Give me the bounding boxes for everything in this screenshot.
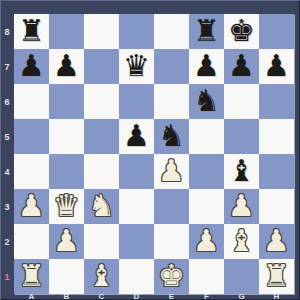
square-f7[interactable]: ♟ xyxy=(189,49,224,84)
white-pawn[interactable]: ♟ xyxy=(193,226,220,256)
square-g1[interactable] xyxy=(224,259,259,294)
white-knight[interactable]: ♞ xyxy=(88,191,115,221)
square-d1[interactable] xyxy=(119,259,154,294)
square-h3[interactable] xyxy=(259,189,294,224)
square-c2[interactable] xyxy=(84,224,119,259)
square-d2[interactable] xyxy=(119,224,154,259)
rank-label-7: 7 xyxy=(0,49,14,84)
square-f1[interactable] xyxy=(189,259,224,294)
square-d5[interactable]: ♟ xyxy=(119,119,154,154)
white-pawn[interactable]: ♟ xyxy=(158,156,185,186)
square-e2[interactable] xyxy=(154,224,189,259)
square-a8[interactable]: ♜ xyxy=(14,14,49,49)
square-g4[interactable]: ♝ xyxy=(224,154,259,189)
square-b6[interactable] xyxy=(49,84,84,119)
file-label-b: B xyxy=(49,293,84,300)
square-c4[interactable] xyxy=(84,154,119,189)
square-b2[interactable]: ♟ xyxy=(49,224,84,259)
white-king[interactable]: ♚ xyxy=(158,261,185,291)
square-b4[interactable] xyxy=(49,154,84,189)
white-queen[interactable]: ♛ xyxy=(53,191,80,221)
file-coordinates: ABCDEFGH xyxy=(14,293,294,300)
file-label-c: C xyxy=(84,293,119,300)
square-h2[interactable]: ♟ xyxy=(259,224,294,259)
square-b1[interactable] xyxy=(49,259,84,294)
file-label-e: E xyxy=(154,293,189,300)
square-b7[interactable]: ♟ xyxy=(49,49,84,84)
square-c8[interactable] xyxy=(84,14,119,49)
square-a5[interactable] xyxy=(14,119,49,154)
file-label-d: D xyxy=(119,293,154,300)
square-c3[interactable]: ♞ xyxy=(84,189,119,224)
square-a3[interactable]: ♟ xyxy=(14,189,49,224)
black-pawn[interactable]: ♟ xyxy=(263,51,290,81)
black-pawn[interactable]: ♟ xyxy=(18,51,45,81)
square-f4[interactable] xyxy=(189,154,224,189)
square-g6[interactable] xyxy=(224,84,259,119)
square-e3[interactable] xyxy=(154,189,189,224)
square-g2[interactable]: ♝ xyxy=(224,224,259,259)
square-e8[interactable] xyxy=(154,14,189,49)
square-c7[interactable] xyxy=(84,49,119,84)
black-knight[interactable]: ♞ xyxy=(193,86,220,116)
white-rook[interactable]: ♜ xyxy=(263,261,290,291)
square-h6[interactable] xyxy=(259,84,294,119)
square-d8[interactable] xyxy=(119,14,154,49)
white-rook[interactable]: ♜ xyxy=(18,261,45,291)
square-f3[interactable] xyxy=(189,189,224,224)
white-pawn[interactable]: ♟ xyxy=(53,226,80,256)
square-f6[interactable]: ♞ xyxy=(189,84,224,119)
rank-label-2: 2 xyxy=(0,224,14,259)
square-e7[interactable] xyxy=(154,49,189,84)
file-label-g: G xyxy=(224,293,259,300)
square-a7[interactable]: ♟ xyxy=(14,49,49,84)
black-pawn[interactable]: ♟ xyxy=(123,121,150,151)
rank-label-6: 6 xyxy=(0,84,14,119)
square-d7[interactable]: ♛ xyxy=(119,49,154,84)
black-pawn[interactable]: ♟ xyxy=(53,51,80,81)
square-h7[interactable]: ♟ xyxy=(259,49,294,84)
rank-label-5: 5 xyxy=(0,119,14,154)
square-c6[interactable] xyxy=(84,84,119,119)
square-b8[interactable] xyxy=(49,14,84,49)
square-g3[interactable]: ♟ xyxy=(224,189,259,224)
file-label-h: H xyxy=(259,293,294,300)
square-e6[interactable] xyxy=(154,84,189,119)
square-b3[interactable]: ♛ xyxy=(49,189,84,224)
rank-coordinates: 87654321 xyxy=(0,14,14,294)
square-h4[interactable] xyxy=(259,154,294,189)
black-king[interactable]: ♚ xyxy=(228,16,255,46)
square-c1[interactable]: ♝ xyxy=(84,259,119,294)
white-pawn[interactable]: ♟ xyxy=(18,191,45,221)
square-g5[interactable] xyxy=(224,119,259,154)
white-bishop[interactable]: ♝ xyxy=(228,226,255,256)
square-e1[interactable]: ♚ xyxy=(154,259,189,294)
white-pawn[interactable]: ♟ xyxy=(263,226,290,256)
square-f2[interactable]: ♟ xyxy=(189,224,224,259)
black-rook[interactable]: ♜ xyxy=(193,16,220,46)
rank-label-8: 8 xyxy=(0,14,14,49)
black-knight[interactable]: ♞ xyxy=(158,121,185,151)
square-a1[interactable]: ♜ xyxy=(14,259,49,294)
file-label-a: A xyxy=(14,293,49,300)
square-e5[interactable]: ♞ xyxy=(154,119,189,154)
square-c5[interactable] xyxy=(84,119,119,154)
black-pawn[interactable]: ♟ xyxy=(193,51,220,81)
chess-board: ♜♜♚♟♟♛♟♟♟♞♟♞♟♝♟♛♞♟♟♟♝♟♜♝♚♜ xyxy=(14,14,294,294)
square-h8[interactable] xyxy=(259,14,294,49)
file-label-f: F xyxy=(189,293,224,300)
square-h5[interactable] xyxy=(259,119,294,154)
square-d4[interactable] xyxy=(119,154,154,189)
white-bishop[interactable]: ♝ xyxy=(88,261,115,291)
black-rook[interactable]: ♜ xyxy=(18,16,45,46)
black-bishop[interactable]: ♝ xyxy=(228,156,255,186)
square-e4[interactable]: ♟ xyxy=(154,154,189,189)
square-d3[interactable] xyxy=(119,189,154,224)
square-d6[interactable] xyxy=(119,84,154,119)
black-pawn[interactable]: ♟ xyxy=(228,51,255,81)
rank-label-1: 1 xyxy=(0,259,14,294)
square-g8[interactable]: ♚ xyxy=(224,14,259,49)
black-queen[interactable]: ♛ xyxy=(123,51,150,81)
chess-diagram: 87654321 ♜♜♚♟♟♛♟♟♟♞♟♞♟♝♟♛♞♟♟♟♝♟♜♝♚♜ ABCD… xyxy=(0,0,300,300)
white-pawn[interactable]: ♟ xyxy=(228,191,255,221)
square-h1[interactable]: ♜ xyxy=(259,259,294,294)
square-a2[interactable] xyxy=(14,224,49,259)
square-a4[interactable] xyxy=(14,154,49,189)
square-b5[interactable] xyxy=(49,119,84,154)
rank-label-3: 3 xyxy=(0,189,14,224)
square-f8[interactable]: ♜ xyxy=(189,14,224,49)
rank-label-4: 4 xyxy=(0,154,14,189)
square-g7[interactable]: ♟ xyxy=(224,49,259,84)
square-f5[interactable] xyxy=(189,119,224,154)
square-a6[interactable] xyxy=(14,84,49,119)
